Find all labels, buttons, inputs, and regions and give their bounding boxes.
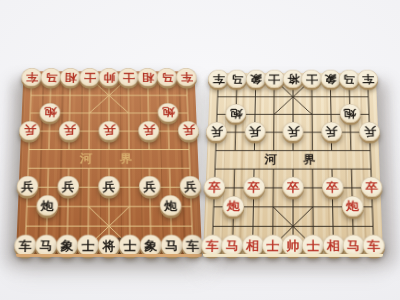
piece-glyph: 车 — [186, 239, 199, 252]
piece-black-elephant[interactable]: 象 — [56, 235, 78, 256]
piece-red-chariot[interactable]: 车 — [176, 68, 197, 86]
piece-glyph: 相 — [246, 239, 259, 252]
piece-glyph: 炮 — [344, 108, 356, 119]
piece-red-soldier[interactable]: 卒 — [243, 177, 265, 197]
piece-glyph: 兵 — [287, 126, 299, 137]
piece-black-horse[interactable]: 马 — [339, 70, 360, 88]
piece-glyph: 马 — [231, 74, 243, 85]
piece-black-horse[interactable]: 马 — [161, 235, 184, 256]
piece-red-soldier[interactable]: 兵 — [19, 121, 41, 140]
piece-glyph: 炮 — [164, 200, 177, 212]
piece-glyph: 兵 — [62, 180, 75, 192]
piece-glyph: 兵 — [21, 180, 34, 192]
piece-black-elephant[interactable]: 象 — [320, 70, 341, 88]
piece-glyph: 兵 — [184, 180, 197, 192]
piece-red-soldier[interactable]: 兵 — [178, 121, 200, 140]
piece-glyph: 象 — [61, 239, 74, 252]
piece-glyph: 将 — [287, 74, 299, 85]
piece-black-soldier[interactable]: 兵 — [359, 122, 380, 141]
piece-glyph: 马 — [347, 239, 360, 252]
piece-glyph: 相 — [327, 239, 340, 252]
piece-glyph: 炮 — [41, 200, 54, 212]
piece-red-chariot[interactable]: 车 — [362, 235, 385, 256]
piece-black-chariot[interactable]: 车 — [357, 70, 378, 88]
piece-glyph: 相 — [142, 72, 154, 83]
piece-glyph: 马 — [40, 239, 53, 252]
board-grid-area-left: 河 界 车马相士帅士相马车炮炮兵兵兵兵兵兵兵兵兵兵炮炮车马象士将士象马车 — [25, 78, 192, 246]
piece-glyph: 士 — [306, 74, 318, 85]
piece-red-advisor[interactable]: 士 — [79, 68, 99, 86]
piece-glyph: 象 — [324, 74, 336, 85]
piece-glyph: 马 — [343, 74, 355, 85]
piece-glyph: 卒 — [247, 181, 260, 193]
piece-glyph: 士 — [307, 239, 320, 252]
piece-red-general[interactable]: 帅 — [282, 235, 304, 256]
piece-black-chariot[interactable]: 车 — [208, 70, 229, 88]
piece-glyph: 士 — [84, 72, 96, 83]
piece-black-soldier[interactable]: 兵 — [139, 176, 161, 196]
piece-black-cannon[interactable]: 炮 — [225, 104, 246, 123]
piece-glyph: 卒 — [287, 181, 300, 193]
piece-glyph: 马 — [45, 72, 57, 83]
piece-glyph: 炮 — [227, 200, 240, 212]
piece-red-elephant[interactable]: 相 — [322, 235, 344, 256]
piece-black-soldier[interactable]: 兵 — [98, 176, 119, 196]
piece-black-soldier[interactable]: 兵 — [179, 176, 201, 196]
piece-red-horse[interactable]: 马 — [342, 235, 364, 256]
piece-glyph: 将 — [103, 239, 116, 252]
piece-glyph: 士 — [266, 239, 279, 252]
piece-black-elephant[interactable]: 象 — [140, 235, 162, 256]
piece-red-soldier[interactable]: 卒 — [321, 177, 343, 197]
piece-glyph: 士 — [82, 239, 95, 252]
piece-glyph: 兵 — [103, 125, 115, 136]
board-grid-area-right: 河 界 车马象士将士象马车炮炮兵兵兵兵兵卒卒卒卒卒炮炮车马相士帅士相马车 — [212, 80, 373, 247]
piece-black-horse[interactable]: 马 — [35, 235, 58, 256]
piece-black-chariot[interactable]: 车 — [14, 235, 37, 256]
piece-red-advisor[interactable]: 士 — [118, 68, 138, 86]
piece-red-advisor[interactable]: 士 — [302, 235, 324, 256]
piece-red-elephant[interactable]: 相 — [241, 235, 263, 256]
xiangqi-board-right: 河 界 车马象士将士象马车炮炮兵兵兵兵兵卒卒卒卒卒炮炮车马相士帅士相马车 — [203, 73, 383, 254]
piece-glyph: 炮 — [162, 107, 174, 118]
piece-glyph: 兵 — [325, 126, 337, 137]
piece-glyph: 车 — [362, 74, 374, 85]
piece-glyph: 卒 — [326, 181, 339, 193]
piece-glyph: 马 — [226, 239, 239, 252]
xiangqi-board-left: 河 界 车马相士帅士相马车炮炮兵兵兵兵兵兵兵兵兵兵炮炮车马象士将士象马车 — [16, 71, 202, 254]
piece-glyph: 兵 — [142, 125, 154, 136]
piece-red-soldier[interactable]: 兵 — [99, 121, 120, 140]
piece-glyph: 卒 — [365, 181, 378, 193]
piece-black-advisor[interactable]: 士 — [301, 70, 321, 88]
piece-red-general[interactable]: 帅 — [99, 68, 119, 86]
piece-black-advisor[interactable]: 士 — [264, 70, 284, 88]
piece-glyph: 兵 — [182, 125, 195, 136]
piece-glyph: 车 — [180, 72, 192, 83]
piece-glyph: 象 — [144, 239, 157, 252]
piece-red-horse[interactable]: 马 — [41, 68, 62, 86]
piece-glyph: 士 — [123, 239, 136, 252]
pieces-layer-right: 车马象士将士象马车炮炮兵兵兵兵兵卒卒卒卒卒炮炮车马相士帅士相马车 — [212, 80, 373, 247]
piece-black-soldier[interactable]: 兵 — [283, 122, 304, 141]
piece-glyph: 马 — [165, 239, 178, 252]
piece-glyph: 兵 — [103, 180, 116, 192]
piece-glyph: 兵 — [143, 180, 156, 192]
piece-black-soldier[interactable]: 兵 — [57, 176, 79, 196]
piece-red-soldier[interactable]: 卒 — [361, 177, 383, 197]
piece-glyph: 车 — [206, 239, 219, 252]
piece-glyph: 士 — [122, 72, 134, 83]
piece-glyph: 帅 — [287, 239, 300, 252]
piece-red-cannon[interactable]: 炮 — [158, 103, 179, 122]
piece-red-chariot[interactable]: 车 — [201, 235, 224, 256]
piece-red-soldier[interactable]: 兵 — [138, 121, 159, 140]
piece-black-elephant[interactable]: 象 — [245, 70, 266, 88]
piece-black-cannon[interactable]: 炮 — [160, 195, 182, 216]
piece-red-cannon[interactable]: 炮 — [341, 196, 363, 217]
piece-black-advisor[interactable]: 士 — [77, 235, 99, 256]
piece-glyph: 车 — [19, 239, 32, 252]
piece-red-soldier[interactable]: 卒 — [203, 177, 225, 197]
piece-black-soldier[interactable]: 兵 — [206, 122, 227, 141]
piece-glyph: 炮 — [346, 200, 359, 212]
piece-red-cannon[interactable]: 炮 — [39, 103, 60, 122]
pieces-layer-left: 车马相士帅士相马车炮炮兵兵兵兵兵兵兵兵兵兵炮炮车马象士将士象马车 — [25, 78, 192, 246]
piece-black-cannon[interactable]: 炮 — [339, 104, 360, 123]
piece-red-chariot[interactable]: 车 — [21, 68, 42, 86]
scene: 河 界 车马相士帅士相马车炮炮兵兵兵兵兵兵兵兵兵兵炮炮车马象士将士象马车 河 界… — [0, 0, 400, 300]
piece-glyph: 兵 — [363, 126, 376, 137]
piece-glyph: 士 — [268, 74, 280, 85]
piece-red-soldier[interactable]: 卒 — [282, 177, 303, 197]
piece-red-soldier[interactable]: 兵 — [59, 121, 80, 140]
piece-glyph: 卒 — [208, 181, 221, 193]
piece-glyph: 兵 — [23, 125, 36, 136]
piece-glyph: 兵 — [248, 126, 260, 137]
piece-glyph: 象 — [250, 74, 262, 85]
piece-glyph: 马 — [161, 72, 173, 83]
piece-glyph: 车 — [25, 72, 37, 83]
piece-black-soldier[interactable]: 兵 — [321, 122, 342, 141]
piece-black-general[interactable]: 将 — [283, 70, 303, 88]
piece-glyph: 车 — [367, 239, 380, 252]
piece-red-advisor[interactable]: 士 — [262, 235, 284, 256]
piece-glyph: 车 — [212, 74, 224, 85]
piece-red-cannon[interactable]: 炮 — [222, 196, 244, 217]
piece-black-soldier[interactable]: 兵 — [16, 176, 38, 196]
piece-glyph: 相 — [64, 72, 76, 83]
piece-black-soldier[interactable]: 兵 — [244, 122, 265, 141]
piece-red-horse[interactable]: 马 — [157, 68, 178, 86]
piece-red-elephant[interactable]: 相 — [60, 68, 81, 86]
piece-glyph: 兵 — [210, 126, 223, 137]
piece-black-horse[interactable]: 马 — [227, 70, 248, 88]
piece-glyph: 炮 — [230, 108, 242, 119]
piece-black-advisor[interactable]: 士 — [119, 235, 141, 256]
piece-black-general[interactable]: 将 — [98, 235, 120, 256]
piece-glyph: 炮 — [44, 107, 56, 118]
piece-red-elephant[interactable]: 相 — [137, 68, 158, 86]
piece-black-cannon[interactable]: 炮 — [36, 195, 58, 216]
piece-glyph: 兵 — [63, 125, 75, 136]
piece-red-horse[interactable]: 马 — [221, 235, 243, 256]
piece-glyph: 帅 — [103, 72, 115, 83]
